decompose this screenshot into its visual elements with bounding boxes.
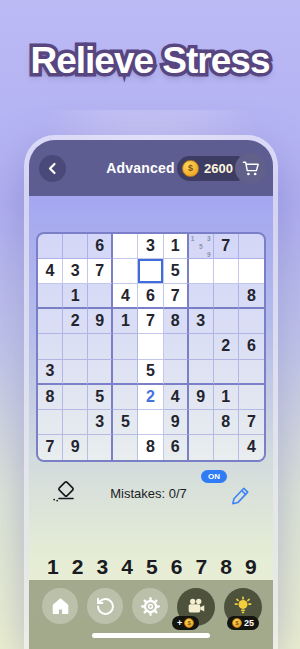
cell-digit: 2 <box>146 388 155 406</box>
video-camera-icon <box>185 596 207 618</box>
cell-r4c3[interactable]: 9 <box>88 309 113 334</box>
cell-digit: 6 <box>95 237 104 255</box>
cell-r2c7[interactable] <box>189 259 214 284</box>
cell-r5c9[interactable]: 6 <box>239 334 264 359</box>
cell-r1c1[interactable] <box>38 234 63 259</box>
cell-digit: 9 <box>95 312 104 330</box>
cell-r6c3[interactable] <box>88 360 113 385</box>
cell-r7c3[interactable]: 5 <box>88 385 113 410</box>
home-icon <box>50 596 71 617</box>
status-row: Mistakes: 0/7 ON <box>29 478 273 508</box>
cell-r8c1[interactable] <box>38 410 63 435</box>
cell-r2c3[interactable]: 7 <box>88 259 113 284</box>
numpad-key-8[interactable]: 8 <box>214 554 236 580</box>
cell-r7c9[interactable] <box>239 385 264 410</box>
coin-icon: $ <box>232 618 242 628</box>
cell-digit: 1 <box>71 287 80 305</box>
cell-r4c7[interactable]: 3 <box>189 309 214 334</box>
undo-button[interactable] <box>87 588 123 624</box>
cell-digit: 9 <box>196 388 205 406</box>
cell-digit: 5 <box>95 388 104 406</box>
cell-r5c8[interactable]: 2 <box>214 334 239 359</box>
cell-r1c7[interactable]: 1359 <box>189 234 214 259</box>
numpad-key-9[interactable]: 9 <box>239 554 261 580</box>
cell-r1c9[interactable] <box>239 234 264 259</box>
cell-r1c6[interactable]: 1 <box>164 234 189 259</box>
mistakes-counter: Mistakes: 0/7 <box>110 486 187 501</box>
cell-r4c2[interactable]: 2 <box>63 309 88 334</box>
cell-r3c1[interactable] <box>38 284 63 309</box>
marketing-headline: Relieve Stress Relieve Stress <box>0 40 300 92</box>
cell-digit: 3 <box>46 362 55 380</box>
cell-digit: 3 <box>196 312 205 330</box>
bottom-toolbar: + $ $ 2 <box>29 580 273 649</box>
cell-r9c6[interactable]: 6 <box>164 435 189 460</box>
cell-digit: 8 <box>171 312 180 330</box>
cell-r7c7[interactable]: 9 <box>189 385 214 410</box>
cell-r2c4[interactable] <box>113 259 138 284</box>
cell-digit: 7 <box>171 287 180 305</box>
cell-digit: 8 <box>247 287 256 305</box>
gear-icon <box>140 596 161 617</box>
cell-r5c1[interactable] <box>38 334 63 359</box>
cell-r2c2[interactable]: 3 <box>63 259 88 284</box>
cell-digit: 7 <box>95 262 104 280</box>
cell-r3c8[interactable] <box>214 284 239 309</box>
cell-r6c7[interactable] <box>189 360 214 385</box>
cell-r8c7[interactable] <box>189 410 214 435</box>
cell-digit: 9 <box>71 438 80 456</box>
home-indicator <box>92 633 210 638</box>
cell-r8c8[interactable]: 8 <box>214 410 239 435</box>
cell-r5c5[interactable] <box>138 334 163 359</box>
cell-r7c1[interactable]: 8 <box>38 385 63 410</box>
cell-r6c1[interactable]: 3 <box>38 360 63 385</box>
eraser-button[interactable] <box>51 479 78 508</box>
coin-amount: 2600 <box>204 161 233 176</box>
shop-button[interactable] <box>235 153 266 184</box>
cell-digit: 3 <box>71 262 80 280</box>
cell-r8c6[interactable]: 9 <box>164 410 189 435</box>
cell-digit: 8 <box>146 438 155 456</box>
appbar-right-group: $ 2600 <box>177 153 266 184</box>
cell-r2c5[interactable] <box>138 259 163 284</box>
cell-digit: 6 <box>247 337 256 355</box>
cell-r3c4[interactable]: 4 <box>113 284 138 309</box>
headline-text: Relieve Stress <box>0 40 300 82</box>
cell-digit: 4 <box>247 438 256 456</box>
cell-digit: 6 <box>146 287 155 305</box>
cell-r4c9[interactable] <box>239 309 264 334</box>
lightbulb-icon <box>232 596 254 618</box>
eraser-icon <box>51 479 78 504</box>
cell-digit: 5 <box>146 362 155 380</box>
cell-r3c6[interactable]: 7 <box>164 284 189 309</box>
cell-digit: 2 <box>71 312 80 330</box>
cell-r2c9[interactable] <box>239 259 264 284</box>
cell-r8c5[interactable] <box>138 410 163 435</box>
cell-r3c5[interactable]: 6 <box>138 284 163 309</box>
number-pad: 123456789 <box>29 554 273 580</box>
cell-r6c6[interactable] <box>164 360 189 385</box>
cell-r9c1[interactable]: 7 <box>38 435 63 460</box>
cell-r5c7[interactable] <box>189 334 214 359</box>
cell-digit: 4 <box>46 262 55 280</box>
chevron-left-icon <box>46 162 59 175</box>
cell-r5c6[interactable] <box>164 334 189 359</box>
cell-r6c8[interactable] <box>214 360 239 385</box>
cell-r5c4[interactable] <box>113 334 138 359</box>
cell-r6c4[interactable] <box>113 360 138 385</box>
cell-r9c7[interactable] <box>189 435 214 460</box>
pencil-notes: 1359 <box>189 234 213 258</box>
cell-digit: 1 <box>171 237 180 255</box>
pencil-icon <box>229 485 251 507</box>
cell-r8c9[interactable]: 7 <box>239 410 264 435</box>
cell-digit: 4 <box>121 287 130 305</box>
cell-r7c4[interactable] <box>113 385 138 410</box>
cell-r9c5[interactable]: 8 <box>138 435 163 460</box>
cell-r7c6[interactable]: 4 <box>164 385 189 410</box>
cell-digit: 1 <box>121 312 130 330</box>
game-screen: 6311359743751467829178326358524913598779… <box>29 196 273 649</box>
cell-r5c3[interactable] <box>88 334 113 359</box>
cell-digit: 2 <box>221 337 230 355</box>
cell-r1c8[interactable]: 7 <box>214 234 239 259</box>
cell-digit: 3 <box>146 237 155 255</box>
numpad-key-2[interactable]: 2 <box>66 554 88 580</box>
phone-mockup: Advanced - 1 $ 2600 63113597437514678291… <box>29 140 273 649</box>
cell-digit: 5 <box>171 262 180 280</box>
cell-r4c1[interactable] <box>38 309 63 334</box>
cell-r4c8[interactable] <box>214 309 239 334</box>
numpad-key-5[interactable]: 5 <box>140 554 162 580</box>
cell-r3c7[interactable] <box>189 284 214 309</box>
cell-r7c8[interactable]: 1 <box>214 385 239 410</box>
cell-r8c3[interactable]: 3 <box>88 410 113 435</box>
coin-icon: $ <box>184 618 194 628</box>
cell-r2c6[interactable]: 5 <box>164 259 189 284</box>
cell-digit: 7 <box>247 413 256 431</box>
hint-cost-badge: $ 25 <box>227 616 259 630</box>
cell-r6c5[interactable]: 5 <box>138 360 163 385</box>
cell-r3c3[interactable] <box>88 284 113 309</box>
notes-toggle-button[interactable]: ON <box>219 479 251 507</box>
cell-r4c4[interactable]: 1 <box>113 309 138 334</box>
cell-r6c2[interactable] <box>63 360 88 385</box>
cell-digit: 1 <box>221 388 230 406</box>
cell-r9c2[interactable]: 9 <box>63 435 88 460</box>
cell-digit: 8 <box>221 413 230 431</box>
cell-r3c2[interactable]: 1 <box>63 284 88 309</box>
numpad-key-7[interactable]: 7 <box>190 554 212 580</box>
app-store-screenshot: Relieve Stress Relieve Stress Advanced -… <box>0 0 300 649</box>
cell-r1c5[interactable]: 3 <box>138 234 163 259</box>
cell-r1c2[interactable] <box>63 234 88 259</box>
numpad-key-6[interactable]: 6 <box>165 554 187 580</box>
cell-r9c8[interactable] <box>214 435 239 460</box>
cell-r5c2[interactable] <box>63 334 88 359</box>
cell-r8c4[interactable]: 5 <box>113 410 138 435</box>
cell-digit: 7 <box>221 237 230 255</box>
cell-r2c8[interactable] <box>214 259 239 284</box>
cell-r4c5[interactable]: 7 <box>138 309 163 334</box>
cell-digit: 7 <box>46 438 55 456</box>
cell-r4c6[interactable]: 8 <box>164 309 189 334</box>
cell-r2c1[interactable]: 4 <box>38 259 63 284</box>
numpad-key-1[interactable]: 1 <box>41 554 63 580</box>
hint-cost-label: 25 <box>244 618 254 628</box>
shopping-cart-icon <box>241 159 260 178</box>
cell-digit: 4 <box>171 388 180 406</box>
cell-digit: 6 <box>171 438 180 456</box>
back-button[interactable] <box>39 155 66 182</box>
cell-r6c9[interactable] <box>239 360 264 385</box>
undo-icon <box>95 596 116 617</box>
sudoku-board: 6311359743751467829178326358524913598779… <box>36 232 266 462</box>
cell-digit: 3 <box>95 413 104 431</box>
numpad-key-4[interactable]: 4 <box>115 554 137 580</box>
cell-digit: 5 <box>121 413 130 431</box>
ad-reward-badge: + $ <box>172 616 199 630</box>
cell-r3c9[interactable]: 8 <box>239 284 264 309</box>
cell-r1c4[interactable] <box>113 234 138 259</box>
cell-digit: 9 <box>171 413 180 431</box>
cell-r8c2[interactable] <box>63 410 88 435</box>
cell-digit: 7 <box>146 312 155 330</box>
cell-r1c3[interactable]: 6 <box>88 234 113 259</box>
hint-button[interactable]: $ 25 <box>224 588 262 626</box>
numpad-key-3[interactable]: 3 <box>91 554 113 580</box>
plus-label: + <box>177 618 182 628</box>
game-appbar: Advanced - 1 $ 2600 <box>29 140 273 196</box>
cell-r7c2[interactable] <box>63 385 88 410</box>
cell-r9c9[interactable]: 4 <box>239 435 264 460</box>
cell-r9c4[interactable] <box>113 435 138 460</box>
notes-on-badge: ON <box>201 470 227 483</box>
watch-ad-button[interactable]: + $ <box>177 588 215 626</box>
settings-button[interactable] <box>132 588 168 624</box>
cell-r9c3[interactable] <box>88 435 113 460</box>
cell-r7c5[interactable]: 2 <box>138 385 163 410</box>
home-button[interactable] <box>42 588 78 624</box>
coin-icon: $ <box>182 160 199 177</box>
cell-digit: 8 <box>46 388 55 406</box>
